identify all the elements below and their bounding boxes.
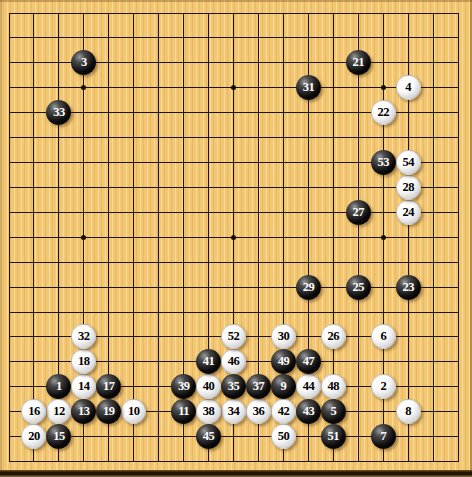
move-number: 52 <box>228 329 240 344</box>
move-number: 16 <box>28 404 40 419</box>
stone-white-2[interactable]: 2 <box>371 374 396 399</box>
stone-white-28[interactable]: 28 <box>396 175 421 200</box>
stone-black-51[interactable]: 51 <box>321 424 346 449</box>
stone-white-8[interactable]: 8 <box>396 399 421 424</box>
move-number: 31 <box>303 80 315 95</box>
stone-black-11[interactable]: 11 <box>171 399 196 424</box>
board-edge-top <box>0 0 472 2</box>
move-number: 22 <box>378 105 390 120</box>
board-edge-bottom <box>0 470 472 477</box>
stone-white-52[interactable]: 52 <box>221 324 246 349</box>
stone-black-53[interactable]: 53 <box>371 150 396 175</box>
stone-white-24[interactable]: 24 <box>396 200 421 225</box>
stone-white-36[interactable]: 36 <box>246 399 271 424</box>
move-number: 21 <box>353 55 365 70</box>
move-number: 12 <box>53 404 65 419</box>
move-number: 13 <box>78 404 90 419</box>
move-number: 44 <box>303 379 315 394</box>
move-number: 8 <box>405 404 411 419</box>
move-number: 53 <box>378 155 390 170</box>
move-number: 51 <box>328 429 340 444</box>
move-number: 42 <box>278 404 290 419</box>
grid-line-horizontal-19 <box>9 461 459 462</box>
stone-black-15[interactable]: 15 <box>46 424 71 449</box>
stone-black-7[interactable]: 7 <box>371 424 396 449</box>
move-number: 40 <box>203 379 215 394</box>
move-number: 35 <box>228 379 240 394</box>
grid-line-vertical-18 <box>433 13 434 463</box>
stone-white-44[interactable]: 44 <box>296 374 321 399</box>
stone-white-54[interactable]: 54 <box>396 150 421 175</box>
star-point-10-10 <box>231 235 236 240</box>
move-number: 14 <box>78 379 90 394</box>
move-number: 24 <box>402 205 414 220</box>
stone-black-5[interactable]: 5 <box>321 399 346 424</box>
stone-black-25[interactable]: 25 <box>346 275 371 300</box>
move-number: 7 <box>380 429 386 444</box>
stone-white-34[interactable]: 34 <box>221 399 246 424</box>
star-point-10-4 <box>231 85 236 90</box>
grid-line-horizontal-13 <box>9 312 459 313</box>
move-number: 1 <box>56 379 62 394</box>
move-number: 54 <box>402 155 414 170</box>
move-number: 20 <box>28 429 40 444</box>
stone-black-35[interactable]: 35 <box>221 374 246 399</box>
move-number: 19 <box>103 404 115 419</box>
move-number: 17 <box>103 379 115 394</box>
stone-black-31[interactable]: 31 <box>296 75 321 100</box>
stone-white-46[interactable]: 46 <box>221 349 246 374</box>
move-number: 37 <box>253 379 265 394</box>
stone-black-49[interactable]: 49 <box>271 349 296 374</box>
grid-line-horizontal-12 <box>9 287 459 288</box>
stone-black-27[interactable]: 27 <box>346 200 371 225</box>
move-number: 25 <box>353 280 365 295</box>
move-number: 46 <box>228 354 240 369</box>
star-point-4-10 <box>81 235 86 240</box>
board-edge-left <box>0 0 2 477</box>
move-number: 6 <box>380 329 386 344</box>
stone-white-48[interactable]: 48 <box>321 374 346 399</box>
go-board[interactable]: 1234567891011121314151617181920212223242… <box>0 0 472 477</box>
stone-white-40[interactable]: 40 <box>196 374 221 399</box>
stone-white-6[interactable]: 6 <box>371 324 396 349</box>
stone-white-14[interactable]: 14 <box>71 374 96 399</box>
stone-white-30[interactable]: 30 <box>271 324 296 349</box>
grid-line-vertical-19 <box>458 13 459 463</box>
stone-white-42[interactable]: 42 <box>271 399 296 424</box>
move-number: 49 <box>278 354 290 369</box>
stone-black-47[interactable]: 47 <box>296 349 321 374</box>
stone-white-18[interactable]: 18 <box>71 349 96 374</box>
stone-black-23[interactable]: 23 <box>396 275 421 300</box>
stone-black-9[interactable]: 9 <box>271 374 296 399</box>
stone-black-45[interactable]: 45 <box>196 424 221 449</box>
move-number: 4 <box>405 80 411 95</box>
stone-white-16[interactable]: 16 <box>21 399 46 424</box>
star-point-16-4 <box>381 85 386 90</box>
stone-black-13[interactable]: 13 <box>71 399 96 424</box>
move-number: 33 <box>53 105 65 120</box>
grid-line-vertical-15 <box>358 13 359 463</box>
stone-black-37[interactable]: 37 <box>246 374 271 399</box>
stone-black-39[interactable]: 39 <box>171 374 196 399</box>
move-number: 43 <box>303 404 315 419</box>
stone-black-1[interactable]: 1 <box>46 374 71 399</box>
stone-black-29[interactable]: 29 <box>296 275 321 300</box>
stone-white-38[interactable]: 38 <box>196 399 221 424</box>
move-number: 10 <box>128 404 140 419</box>
star-point-4-4 <box>81 85 86 90</box>
stone-white-50[interactable]: 50 <box>271 424 296 449</box>
stone-white-26[interactable]: 26 <box>321 324 346 349</box>
stone-black-41[interactable]: 41 <box>196 349 221 374</box>
move-number: 50 <box>278 429 290 444</box>
move-number: 41 <box>203 354 215 369</box>
stone-black-33[interactable]: 33 <box>46 100 71 125</box>
move-number: 32 <box>78 329 90 344</box>
stone-black-3[interactable]: 3 <box>71 50 96 75</box>
stone-white-12[interactable]: 12 <box>46 399 71 424</box>
move-number: 30 <box>278 329 290 344</box>
move-number: 9 <box>281 379 287 394</box>
stone-white-32[interactable]: 32 <box>71 324 96 349</box>
move-number: 48 <box>328 379 340 394</box>
stone-white-20[interactable]: 20 <box>21 424 46 449</box>
move-number: 23 <box>402 280 414 295</box>
stone-white-4[interactable]: 4 <box>396 75 421 100</box>
move-number: 45 <box>203 429 215 444</box>
move-number: 39 <box>178 379 190 394</box>
stone-black-19[interactable]: 19 <box>96 399 121 424</box>
move-number: 47 <box>303 354 315 369</box>
move-number: 26 <box>328 329 340 344</box>
move-number: 3 <box>81 55 87 70</box>
move-number: 11 <box>178 404 189 419</box>
grid-line-horizontal-11 <box>9 262 459 263</box>
move-number: 36 <box>253 404 265 419</box>
stone-black-17[interactable]: 17 <box>96 374 121 399</box>
stone-white-22[interactable]: 22 <box>371 100 396 125</box>
move-number: 27 <box>353 205 365 220</box>
stone-white-10[interactable]: 10 <box>121 399 146 424</box>
move-number: 15 <box>53 429 65 444</box>
move-number: 29 <box>303 280 315 295</box>
move-number: 34 <box>228 404 240 419</box>
move-number: 2 <box>380 379 386 394</box>
move-number: 38 <box>203 404 215 419</box>
move-number: 28 <box>402 180 414 195</box>
stone-black-43[interactable]: 43 <box>296 399 321 424</box>
move-number: 5 <box>330 404 336 419</box>
star-point-16-10 <box>381 235 386 240</box>
stone-black-21[interactable]: 21 <box>346 50 371 75</box>
move-number: 18 <box>78 354 90 369</box>
